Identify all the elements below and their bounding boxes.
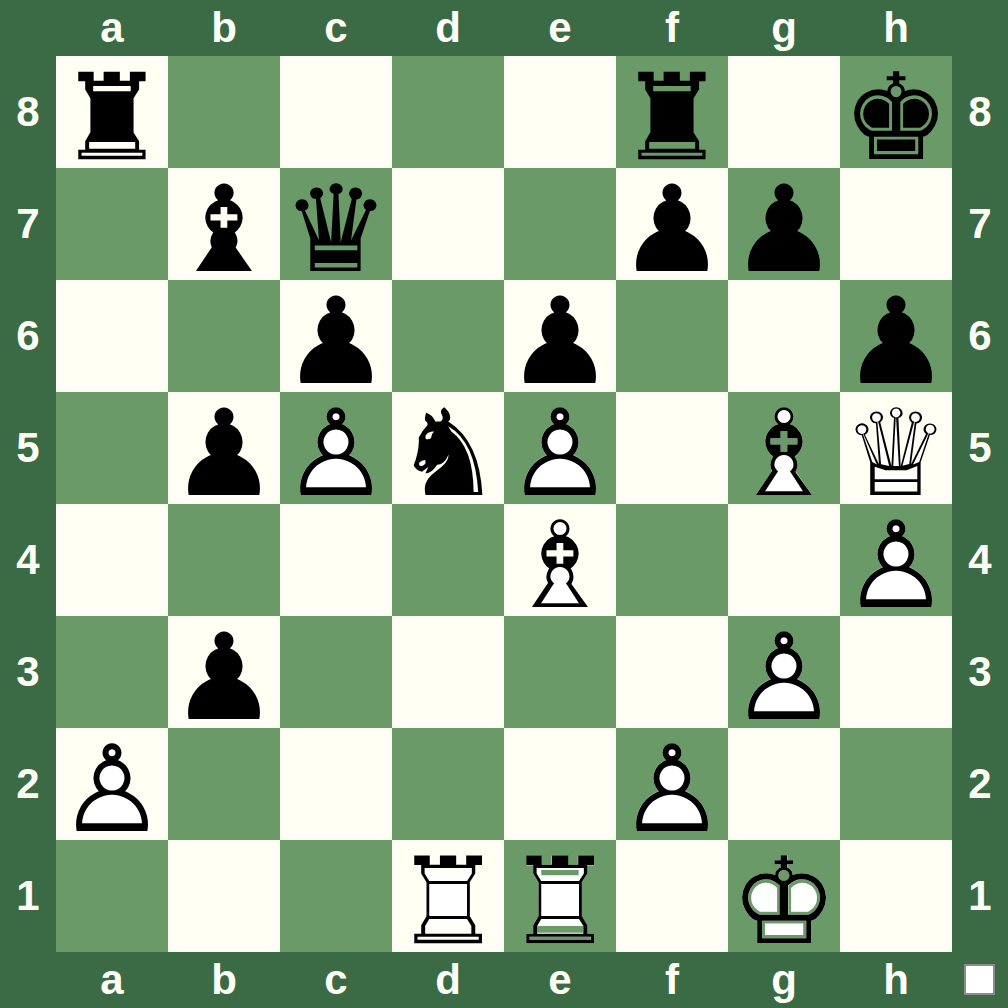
white-pawn[interactable]: ♟♙	[616, 728, 728, 840]
square-h3[interactable]	[840, 616, 952, 728]
file-label-h: h	[840, 952, 952, 1008]
black-rook[interactable]: ♜	[56, 56, 168, 168]
file-label-f: f	[616, 952, 728, 1008]
file-label-b: b	[168, 952, 280, 1008]
white-rook[interactable]: ♜♖	[392, 840, 504, 952]
white-pawn[interactable]: ♟♙	[840, 504, 952, 616]
file-label-c: c	[280, 0, 392, 56]
black-bishop-glyph: ♝	[170, 170, 278, 290]
file-label-c: c	[280, 952, 392, 1008]
square-d1[interactable]: ♜♖	[392, 840, 504, 952]
chess-board: ♜♜♚♝♛♟♟♟♟♟♟♟♙♞♟♙♝♗♛♕♝♗♟♙♟♟♙♟♙♟♙♜♖♜♖♚♔	[56, 56, 952, 952]
black-pawn-glyph: ♟	[618, 170, 726, 290]
square-b7[interactable]: ♝	[168, 168, 280, 280]
file-label-a: a	[56, 952, 168, 1008]
black-pawn[interactable]: ♟	[168, 392, 280, 504]
white-pawn-outline: ♙	[618, 730, 726, 850]
file-label-d: d	[392, 0, 504, 56]
file-labels-top: abcdefgh	[56, 0, 952, 56]
white-pawn[interactable]: ♟♙	[728, 616, 840, 728]
white-pawn[interactable]: ♟♙	[280, 392, 392, 504]
black-pawn[interactable]: ♟	[280, 280, 392, 392]
square-b6[interactable]	[168, 280, 280, 392]
black-pawn[interactable]: ♟	[616, 168, 728, 280]
rank-label-5: 5	[952, 392, 1008, 504]
square-g8[interactable]	[728, 56, 840, 168]
black-pawn-glyph: ♟	[170, 394, 278, 514]
black-rook[interactable]: ♜	[616, 56, 728, 168]
file-label-b: b	[168, 0, 280, 56]
square-f5[interactable]	[616, 392, 728, 504]
white-pawn[interactable]: ♟♙	[504, 392, 616, 504]
file-label-g: g	[728, 0, 840, 56]
square-b3[interactable]: ♟	[168, 616, 280, 728]
white-pawn[interactable]: ♟♙	[56, 728, 168, 840]
rank-label-4: 4	[0, 504, 56, 616]
black-rook-glyph: ♜	[58, 58, 166, 178]
square-c1[interactable]	[280, 840, 392, 952]
square-h8[interactable]: ♚	[840, 56, 952, 168]
square-a5[interactable]	[56, 392, 168, 504]
side-to-move-indicator	[964, 964, 995, 995]
square-a6[interactable]	[56, 280, 168, 392]
black-king-glyph: ♚	[842, 58, 950, 178]
black-pawn[interactable]: ♟	[728, 168, 840, 280]
square-g4[interactable]	[728, 504, 840, 616]
rank-label-2: 2	[952, 728, 1008, 840]
white-bishop[interactable]: ♝♗	[504, 504, 616, 616]
square-f2[interactable]: ♟♙	[616, 728, 728, 840]
black-pawn[interactable]: ♟	[840, 280, 952, 392]
square-f6[interactable]	[616, 280, 728, 392]
rank-label-1: 1	[0, 840, 56, 952]
rank-label-7: 7	[0, 168, 56, 280]
square-f7[interactable]: ♟	[616, 168, 728, 280]
square-d6[interactable]	[392, 280, 504, 392]
white-pawn-outline: ♙	[58, 730, 166, 850]
square-g5[interactable]: ♝♗	[728, 392, 840, 504]
square-c8[interactable]	[280, 56, 392, 168]
square-c7[interactable]: ♛	[280, 168, 392, 280]
white-bishop[interactable]: ♝♗	[728, 392, 840, 504]
square-d8[interactable]	[392, 56, 504, 168]
square-h6[interactable]: ♟	[840, 280, 952, 392]
square-g1[interactable]: ♚♔	[728, 840, 840, 952]
rank-label-8: 8	[952, 56, 1008, 168]
square-b1[interactable]	[168, 840, 280, 952]
square-d3[interactable]	[392, 616, 504, 728]
rank-label-2: 2	[0, 728, 56, 840]
square-d7[interactable]	[392, 168, 504, 280]
rank-label-6: 6	[952, 280, 1008, 392]
square-e6[interactable]: ♟	[504, 280, 616, 392]
square-a7[interactable]	[56, 168, 168, 280]
square-f3[interactable]	[616, 616, 728, 728]
black-pawn[interactable]: ♟	[504, 280, 616, 392]
square-c6[interactable]: ♟	[280, 280, 392, 392]
black-pawn-glyph: ♟	[730, 170, 838, 290]
square-b5[interactable]: ♟	[168, 392, 280, 504]
square-h2[interactable]	[840, 728, 952, 840]
square-h4[interactable]: ♟♙	[840, 504, 952, 616]
square-g6[interactable]	[728, 280, 840, 392]
rank-label-1: 1	[952, 840, 1008, 952]
square-e2[interactable]	[504, 728, 616, 840]
square-a1[interactable]	[56, 840, 168, 952]
square-b8[interactable]	[168, 56, 280, 168]
rank-label-4: 4	[952, 504, 1008, 616]
square-g2[interactable]	[728, 728, 840, 840]
white-rook-outline: ♖	[506, 842, 614, 962]
black-queen[interactable]: ♛	[280, 168, 392, 280]
white-rook[interactable]: ♜♖	[504, 840, 616, 952]
square-e4[interactable]: ♝♗	[504, 504, 616, 616]
square-b2[interactable]	[168, 728, 280, 840]
white-bishop-outline: ♗	[730, 394, 838, 514]
square-a8[interactable]: ♜	[56, 56, 168, 168]
square-h1[interactable]	[840, 840, 952, 952]
square-f1[interactable]	[616, 840, 728, 952]
square-c3[interactable]	[280, 616, 392, 728]
square-e7[interactable]	[504, 168, 616, 280]
white-king[interactable]: ♚♔	[728, 840, 840, 952]
white-pawn-outline: ♙	[282, 394, 390, 514]
file-label-e: e	[504, 0, 616, 56]
rank-label-5: 5	[0, 392, 56, 504]
square-a2[interactable]: ♟♙	[56, 728, 168, 840]
rank-label-6: 6	[0, 280, 56, 392]
square-g3[interactable]: ♟♙	[728, 616, 840, 728]
black-bishop[interactable]: ♝	[168, 168, 280, 280]
square-d4[interactable]	[392, 504, 504, 616]
white-pawn-outline: ♙	[730, 618, 838, 738]
rank-labels-left: 87654321	[0, 56, 56, 952]
rank-label-3: 3	[952, 616, 1008, 728]
white-queen[interactable]: ♛♕	[840, 392, 952, 504]
chess-board-frame: abcdefgh abcdefgh 87654321 87654321 ♜♜♚♝…	[0, 0, 1008, 1008]
square-h7[interactable]	[840, 168, 952, 280]
rank-label-8: 8	[0, 56, 56, 168]
black-knight-glyph: ♞	[394, 394, 502, 514]
square-f8[interactable]: ♜	[616, 56, 728, 168]
white-king-outline: ♔	[730, 842, 838, 962]
square-e8[interactable]	[504, 56, 616, 168]
rank-label-3: 3	[0, 616, 56, 728]
black-pawn[interactable]: ♟	[168, 616, 280, 728]
rank-label-7: 7	[952, 168, 1008, 280]
square-f4[interactable]	[616, 504, 728, 616]
white-rook-outline: ♖	[394, 842, 502, 962]
white-bishop-outline: ♗	[506, 506, 614, 626]
black-knight[interactable]: ♞	[392, 392, 504, 504]
square-e1[interactable]: ♜♖	[504, 840, 616, 952]
rank-labels-right: 87654321	[952, 56, 1008, 952]
white-pawn-outline: ♙	[842, 506, 950, 626]
square-g7[interactable]: ♟	[728, 168, 840, 280]
square-b4[interactable]	[168, 504, 280, 616]
square-a4[interactable]	[56, 504, 168, 616]
square-d5[interactable]: ♞	[392, 392, 504, 504]
black-pawn-glyph: ♟	[170, 618, 278, 738]
black-king[interactable]: ♚	[840, 56, 952, 168]
square-e5[interactable]: ♟♙	[504, 392, 616, 504]
square-c4[interactable]	[280, 504, 392, 616]
square-h5[interactable]: ♛♕	[840, 392, 952, 504]
square-a3[interactable]	[56, 616, 168, 728]
square-c5[interactable]: ♟♙	[280, 392, 392, 504]
square-d2[interactable]	[392, 728, 504, 840]
square-c2[interactable]	[280, 728, 392, 840]
square-e3[interactable]	[504, 616, 616, 728]
